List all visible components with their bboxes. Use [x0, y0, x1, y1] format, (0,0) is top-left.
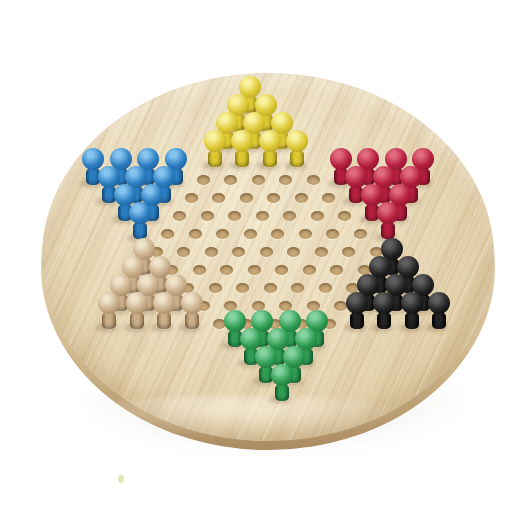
hole[interactable]	[283, 211, 296, 221]
hole[interactable]	[354, 229, 367, 239]
hole[interactable]	[303, 265, 316, 275]
peg-black[interactable]	[371, 292, 397, 329]
hole[interactable]	[319, 283, 332, 293]
peg-base	[157, 313, 171, 329]
peg-red[interactable]	[375, 202, 401, 239]
peg-base	[432, 313, 446, 329]
hole[interactable]	[342, 247, 355, 257]
hole[interactable]	[330, 265, 343, 275]
peg-natural[interactable]	[96, 292, 122, 329]
hole[interactable]	[240, 193, 253, 203]
hole[interactable]	[291, 283, 304, 293]
hole[interactable]	[197, 175, 210, 185]
hole[interactable]	[173, 211, 186, 221]
hole[interactable]	[322, 193, 335, 203]
peg-base	[185, 313, 199, 329]
hole[interactable]	[279, 175, 292, 185]
peg-black[interactable]	[426, 292, 452, 329]
hole[interactable]	[287, 247, 300, 257]
hole[interactable]	[189, 229, 202, 239]
hole[interactable]	[315, 247, 328, 257]
hole[interactable]	[193, 265, 206, 275]
hole[interactable]	[256, 211, 269, 221]
peg-natural[interactable]	[179, 292, 205, 329]
hole[interactable]	[326, 229, 339, 239]
hole[interactable]	[228, 211, 241, 221]
peg-base	[263, 151, 277, 167]
hole[interactable]	[212, 193, 225, 203]
hole[interactable]	[260, 247, 273, 257]
peg-base	[102, 313, 116, 329]
hole[interactable]	[252, 175, 265, 185]
hole[interactable]	[232, 247, 245, 257]
hole[interactable]	[338, 211, 351, 221]
peg-grid	[0, 0, 527, 527]
hole[interactable]	[161, 229, 174, 239]
peg-black[interactable]	[344, 292, 370, 329]
peg-head	[129, 202, 151, 224]
peg-head	[98, 292, 120, 314]
peg-head	[401, 292, 423, 314]
peg-green[interactable]	[269, 364, 295, 401]
peg-head	[271, 364, 293, 386]
peg-natural[interactable]	[124, 292, 150, 329]
hole[interactable]	[271, 229, 284, 239]
hole[interactable]	[267, 193, 280, 203]
peg-base	[208, 151, 222, 167]
peg-base	[130, 313, 144, 329]
photo-artifact	[118, 475, 124, 483]
hole[interactable]	[248, 265, 261, 275]
hole[interactable]	[311, 211, 324, 221]
peg-base	[350, 313, 364, 329]
peg-head	[204, 130, 226, 152]
peg-head	[346, 292, 368, 314]
hole[interactable]	[307, 175, 320, 185]
peg-black[interactable]	[399, 292, 425, 329]
hole[interactable]	[224, 175, 237, 185]
peg-natural[interactable]	[151, 292, 177, 329]
peg-head	[153, 292, 175, 314]
hole[interactable]	[295, 193, 308, 203]
chinese-checkers-board-photo	[0, 0, 527, 527]
peg-base	[133, 223, 147, 239]
hole[interactable]	[244, 229, 257, 239]
peg-base	[377, 313, 391, 329]
hole[interactable]	[275, 265, 288, 275]
hole[interactable]	[264, 283, 277, 293]
peg-yellow[interactable]	[202, 130, 228, 167]
peg-head	[286, 130, 308, 152]
hole[interactable]	[177, 247, 190, 257]
peg-head	[428, 292, 450, 314]
peg-head	[231, 130, 253, 152]
hole[interactable]	[236, 283, 249, 293]
hole[interactable]	[209, 283, 222, 293]
hole[interactable]	[220, 265, 233, 275]
hole[interactable]	[299, 229, 312, 239]
peg-base	[381, 223, 395, 239]
hole[interactable]	[205, 247, 218, 257]
peg-yellow[interactable]	[257, 130, 283, 167]
hole[interactable]	[216, 229, 229, 239]
peg-base	[290, 151, 304, 167]
peg-base	[405, 313, 419, 329]
peg-head	[377, 202, 399, 224]
peg-head	[126, 292, 148, 314]
hole[interactable]	[185, 193, 198, 203]
peg-yellow[interactable]	[229, 130, 255, 167]
peg-base	[235, 151, 249, 167]
peg-blue[interactable]	[127, 202, 153, 239]
peg-head	[259, 130, 281, 152]
peg-head	[373, 292, 395, 314]
peg-base	[275, 385, 289, 401]
hole[interactable]	[201, 211, 214, 221]
peg-head	[181, 292, 203, 314]
peg-yellow[interactable]	[284, 130, 310, 167]
